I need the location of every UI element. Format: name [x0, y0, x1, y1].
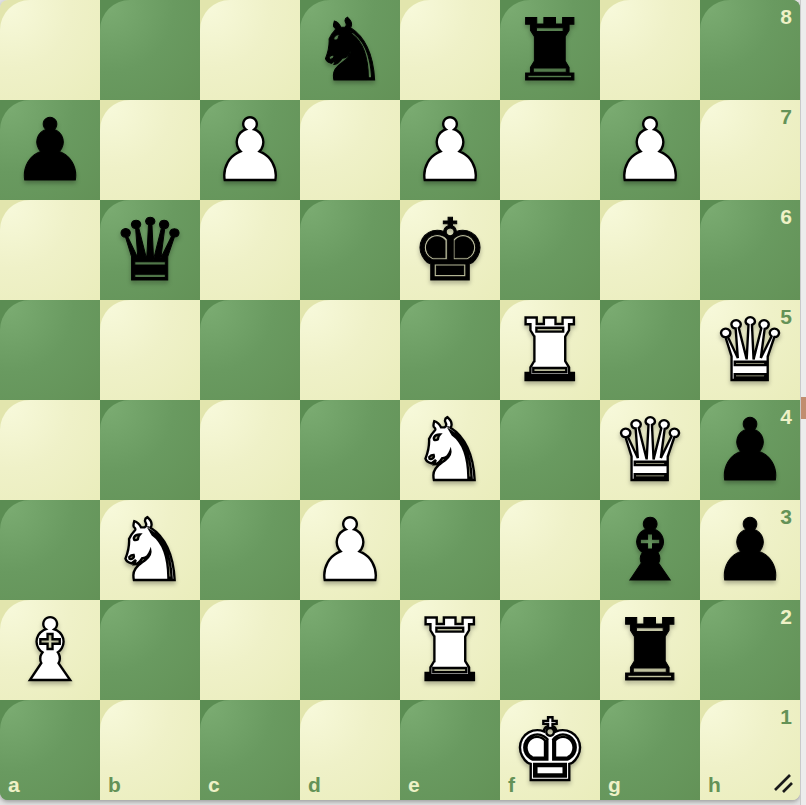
square-a1[interactable]: a: [0, 700, 100, 800]
square-g2[interactable]: ♜: [600, 600, 700, 700]
square-h6[interactable]: 6: [700, 200, 800, 300]
square-f8[interactable]: ♜: [500, 0, 600, 100]
file-label-d: d: [308, 774, 321, 795]
square-a8[interactable]: [0, 0, 100, 100]
square-d6[interactable]: [300, 200, 400, 300]
black-rook-piece[interactable]: ♜: [500, 0, 600, 100]
white-pawn-piece[interactable]: ♟: [400, 100, 500, 200]
page: ♞♜8♟♟♟♟7♛♚6♜5♛♞♛4♟♞♟♝3♟♝♜♜2abcdef♚g1h: [0, 0, 806, 805]
square-a7[interactable]: ♟: [0, 100, 100, 200]
square-a5[interactable]: [0, 300, 100, 400]
file-label-e: e: [408, 774, 420, 795]
square-e5[interactable]: [400, 300, 500, 400]
square-c2[interactable]: [200, 600, 300, 700]
square-f3[interactable]: [500, 500, 600, 600]
file-label-h: h: [708, 774, 721, 795]
square-e4[interactable]: ♞: [400, 400, 500, 500]
square-f7[interactable]: [500, 100, 600, 200]
square-h4[interactable]: 4♟: [700, 400, 800, 500]
square-h3[interactable]: 3♟: [700, 500, 800, 600]
square-g4[interactable]: ♛: [600, 400, 700, 500]
file-label-g: g: [608, 774, 621, 795]
square-c7[interactable]: ♟: [200, 100, 300, 200]
square-f1[interactable]: f♚: [500, 700, 600, 800]
square-e1[interactable]: e: [400, 700, 500, 800]
square-b4[interactable]: [100, 400, 200, 500]
square-b6[interactable]: ♛: [100, 200, 200, 300]
square-d8[interactable]: ♞: [300, 0, 400, 100]
file-label-a: a: [8, 774, 20, 795]
square-e3[interactable]: [400, 500, 500, 600]
white-knight-piece[interactable]: ♞: [400, 400, 500, 500]
square-a4[interactable]: [0, 400, 100, 500]
square-b3[interactable]: ♞: [100, 500, 200, 600]
black-knight-piece[interactable]: ♞: [300, 0, 400, 100]
white-queen-piece[interactable]: ♛: [700, 300, 800, 400]
square-b7[interactable]: [100, 100, 200, 200]
white-pawn-piece[interactable]: ♟: [200, 100, 300, 200]
white-rook-piece[interactable]: ♜: [500, 300, 600, 400]
square-h7[interactable]: 7: [700, 100, 800, 200]
rank-label-2: 2: [780, 606, 792, 627]
square-g7[interactable]: ♟: [600, 100, 700, 200]
chess-board: ♞♜8♟♟♟♟7♛♚6♜5♛♞♛4♟♞♟♝3♟♝♜♜2abcdef♚g1h: [0, 0, 800, 800]
square-g3[interactable]: ♝: [600, 500, 700, 600]
square-a2[interactable]: ♝: [0, 600, 100, 700]
board-resize-handle-icon[interactable]: [772, 772, 794, 794]
square-e7[interactable]: ♟: [400, 100, 500, 200]
black-pawn-piece[interactable]: ♟: [0, 100, 100, 200]
square-f2[interactable]: [500, 600, 600, 700]
black-bishop-piece[interactable]: ♝: [600, 500, 700, 600]
square-c8[interactable]: [200, 0, 300, 100]
square-c1[interactable]: c: [200, 700, 300, 800]
white-king-piece[interactable]: ♚: [500, 700, 600, 800]
file-label-b: b: [108, 774, 121, 795]
white-bishop-piece[interactable]: ♝: [0, 600, 100, 700]
square-d3[interactable]: ♟: [300, 500, 400, 600]
square-g8[interactable]: [600, 0, 700, 100]
rank-label-8: 8: [780, 6, 792, 27]
square-c6[interactable]: [200, 200, 300, 300]
white-queen-piece[interactable]: ♛: [600, 400, 700, 500]
square-d7[interactable]: [300, 100, 400, 200]
rank-label-6: 6: [780, 206, 792, 227]
white-pawn-piece[interactable]: ♟: [300, 500, 400, 600]
square-h2[interactable]: 2: [700, 600, 800, 700]
square-e2[interactable]: ♜: [400, 600, 500, 700]
square-c5[interactable]: [200, 300, 300, 400]
square-h5[interactable]: 5♛: [700, 300, 800, 400]
square-f6[interactable]: [500, 200, 600, 300]
square-a6[interactable]: [0, 200, 100, 300]
square-c4[interactable]: [200, 400, 300, 500]
square-b1[interactable]: b: [100, 700, 200, 800]
scrollbar-marker: [801, 397, 806, 419]
black-pawn-piece[interactable]: ♟: [700, 500, 800, 600]
square-d5[interactable]: [300, 300, 400, 400]
square-g1[interactable]: g: [600, 700, 700, 800]
file-label-c: c: [208, 774, 220, 795]
square-c3[interactable]: [200, 500, 300, 600]
white-pawn-piece[interactable]: ♟: [600, 100, 700, 200]
rank-label-7: 7: [780, 106, 792, 127]
square-d2[interactable]: [300, 600, 400, 700]
square-d4[interactable]: [300, 400, 400, 500]
black-king-piece[interactable]: ♚: [400, 200, 500, 300]
rank-label-1: 1: [780, 706, 792, 727]
square-e6[interactable]: ♚: [400, 200, 500, 300]
square-f4[interactable]: [500, 400, 600, 500]
square-b5[interactable]: [100, 300, 200, 400]
black-rook-piece[interactable]: ♜: [600, 600, 700, 700]
square-b2[interactable]: [100, 600, 200, 700]
square-f5[interactable]: ♜: [500, 300, 600, 400]
square-h8[interactable]: 8: [700, 0, 800, 100]
black-queen-piece[interactable]: ♛: [100, 200, 200, 300]
white-knight-piece[interactable]: ♞: [100, 500, 200, 600]
square-a3[interactable]: [0, 500, 100, 600]
square-g6[interactable]: [600, 200, 700, 300]
square-d1[interactable]: d: [300, 700, 400, 800]
square-e8[interactable]: [400, 0, 500, 100]
square-b8[interactable]: [100, 0, 200, 100]
white-rook-piece[interactable]: ♜: [400, 600, 500, 700]
square-g5[interactable]: [600, 300, 700, 400]
scrollbar-track[interactable]: [800, 0, 806, 805]
black-pawn-piece[interactable]: ♟: [700, 400, 800, 500]
